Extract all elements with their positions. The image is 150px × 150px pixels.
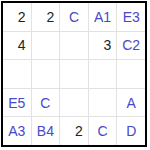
cell-r5c2[interactable]: B4: [32, 117, 60, 145]
cell-r2c4[interactable]: 3: [89, 32, 117, 60]
cell-r5c3[interactable]: 2: [60, 117, 88, 145]
cell-r1c2[interactable]: 2: [32, 3, 60, 31]
cell-r5c5[interactable]: D: [117, 117, 145, 145]
cell-r2c2[interactable]: [32, 32, 60, 60]
cell-r4c1[interactable]: E5: [3, 89, 31, 117]
cell-r4c5[interactable]: A: [117, 89, 145, 117]
cell-r3c3[interactable]: [60, 60, 88, 88]
cell-r4c2[interactable]: C: [32, 89, 60, 117]
cell-r3c2[interactable]: [32, 60, 60, 88]
puzzle-grid: 22CA1E343C2E5CAA3B42CD: [3, 3, 145, 145]
cell-r1c4[interactable]: A1: [89, 3, 117, 31]
cell-r2c3[interactable]: [60, 32, 88, 60]
cell-r3c4[interactable]: [89, 60, 117, 88]
cell-r4c3[interactable]: [60, 89, 88, 117]
cell-r1c5[interactable]: E3: [117, 3, 145, 31]
cell-r1c3[interactable]: C: [60, 3, 88, 31]
cell-r2c5[interactable]: C2: [117, 32, 145, 60]
cell-r4c4[interactable]: [89, 89, 117, 117]
cell-r1c1[interactable]: 2: [3, 3, 31, 31]
cell-r3c5[interactable]: [117, 60, 145, 88]
cell-r3c1[interactable]: [3, 60, 31, 88]
cell-r5c1[interactable]: A3: [3, 117, 31, 145]
cell-r5c4[interactable]: C: [89, 117, 117, 145]
puzzle-board: 22CA1E343C2E5CAA3B42CD: [1, 1, 147, 147]
cell-r2c1[interactable]: 4: [3, 32, 31, 60]
